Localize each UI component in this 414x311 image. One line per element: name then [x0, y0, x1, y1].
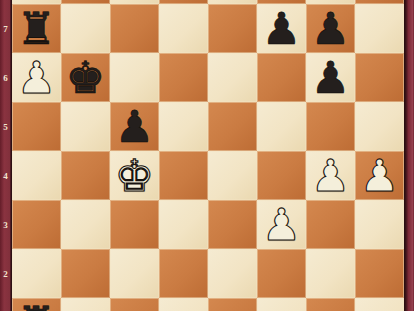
- black-king-b6[interactable]: ♚: [61, 53, 110, 102]
- square-b2[interactable]: [61, 249, 110, 298]
- square-c7[interactable]: [110, 4, 159, 53]
- white-pawn-f3[interactable]: ♟: [257, 200, 306, 249]
- square-d4[interactable]: [159, 151, 208, 200]
- square-e5[interactable]: [208, 102, 257, 151]
- square-d1[interactable]: [159, 298, 208, 311]
- square-b7[interactable]: [61, 4, 110, 53]
- square-g7[interactable]: ♟: [306, 4, 355, 53]
- white-king-c4[interactable]: ♚: [110, 151, 159, 200]
- chess-board: ♜♟♟♟♚♟♟♚♟♟♟♜: [12, 0, 404, 311]
- square-d2[interactable]: [159, 249, 208, 298]
- square-d3[interactable]: [159, 200, 208, 249]
- square-a1[interactable]: ♜: [12, 298, 61, 311]
- square-h5[interactable]: [355, 102, 404, 151]
- square-f2[interactable]: [257, 249, 306, 298]
- chess-diagram: ♜♟♟♟♚♟♟♚♟♟♟♜ 87654321: [0, 0, 414, 311]
- square-a6[interactable]: ♟: [12, 53, 61, 102]
- square-h3[interactable]: [355, 200, 404, 249]
- square-h1[interactable]: [355, 298, 404, 311]
- square-a5[interactable]: [12, 102, 61, 151]
- square-e3[interactable]: [208, 200, 257, 249]
- square-e2[interactable]: [208, 249, 257, 298]
- square-c1[interactable]: [110, 298, 159, 311]
- board-frame-right: [404, 0, 414, 311]
- square-f5[interactable]: [257, 102, 306, 151]
- square-a7[interactable]: ♜: [12, 4, 61, 53]
- square-g1[interactable]: [306, 298, 355, 311]
- square-a2[interactable]: [12, 249, 61, 298]
- square-c3[interactable]: [110, 200, 159, 249]
- white-pawn-h4[interactable]: ♟: [355, 151, 404, 200]
- square-h7[interactable]: [355, 4, 404, 53]
- square-f6[interactable]: [257, 53, 306, 102]
- black-rook-a7[interactable]: ♜: [12, 4, 61, 53]
- black-pawn-g7[interactable]: ♟: [306, 4, 355, 53]
- black-rook-a1[interactable]: ♜: [12, 298, 61, 311]
- square-f1[interactable]: [257, 298, 306, 311]
- square-e7[interactable]: [208, 4, 257, 53]
- square-b4[interactable]: [61, 151, 110, 200]
- board-frame-left: 87654321: [0, 0, 12, 311]
- square-b6[interactable]: ♚: [61, 53, 110, 102]
- square-g5[interactable]: [306, 102, 355, 151]
- square-g6[interactable]: ♟: [306, 53, 355, 102]
- square-d5[interactable]: [159, 102, 208, 151]
- white-pawn-g4[interactable]: ♟: [306, 151, 355, 200]
- square-h2[interactable]: [355, 249, 404, 298]
- rank-label-7: 7: [0, 24, 11, 34]
- square-e4[interactable]: [208, 151, 257, 200]
- square-h6[interactable]: [355, 53, 404, 102]
- rank-label-6: 6: [0, 73, 11, 83]
- square-d6[interactable]: [159, 53, 208, 102]
- square-f7[interactable]: ♟: [257, 4, 306, 53]
- square-d7[interactable]: [159, 4, 208, 53]
- square-c6[interactable]: [110, 53, 159, 102]
- square-e6[interactable]: [208, 53, 257, 102]
- black-pawn-c5[interactable]: ♟: [110, 102, 159, 151]
- square-a4[interactable]: [12, 151, 61, 200]
- rank-label-5: 5: [0, 122, 11, 132]
- black-pawn-f7[interactable]: ♟: [257, 4, 306, 53]
- square-h4[interactable]: ♟: [355, 151, 404, 200]
- square-e1[interactable]: [208, 298, 257, 311]
- square-c2[interactable]: [110, 249, 159, 298]
- rank-label-2: 2: [0, 269, 11, 279]
- rank-label-4: 4: [0, 171, 11, 181]
- square-g2[interactable]: [306, 249, 355, 298]
- square-f3[interactable]: ♟: [257, 200, 306, 249]
- black-pawn-g6[interactable]: ♟: [306, 53, 355, 102]
- square-c5[interactable]: ♟: [110, 102, 159, 151]
- square-g3[interactable]: [306, 200, 355, 249]
- square-a3[interactable]: [12, 200, 61, 249]
- square-b1[interactable]: [61, 298, 110, 311]
- square-b5[interactable]: [61, 102, 110, 151]
- square-f4[interactable]: [257, 151, 306, 200]
- square-b3[interactable]: [61, 200, 110, 249]
- white-pawn-a6[interactable]: ♟: [12, 53, 61, 102]
- square-c4[interactable]: ♚: [110, 151, 159, 200]
- rank-label-3: 3: [0, 220, 11, 230]
- square-g4[interactable]: ♟: [306, 151, 355, 200]
